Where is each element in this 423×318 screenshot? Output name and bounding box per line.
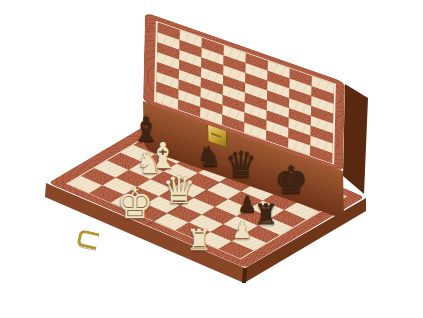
- black-queen[interactable]: ♛: [225, 147, 257, 183]
- brass-latch-loop-icon: [76, 229, 99, 250]
- white-rook[interactable]: ♜: [186, 226, 212, 255]
- white-queen[interactable]: ♛: [162, 171, 196, 209]
- product-photo-stage: ♝♞♝♞♛♚♛♟♚♜♟♜: [0, 0, 423, 318]
- black-king[interactable]: ♚: [274, 161, 308, 199]
- white-pawn[interactable]: ♟: [232, 219, 253, 242]
- white-knight[interactable]: ♞: [136, 148, 163, 178]
- black-rook[interactable]: ♜: [254, 201, 278, 228]
- white-king[interactable]: ♚: [116, 183, 154, 225]
- black-knight[interactable]: ♞: [196, 143, 221, 171]
